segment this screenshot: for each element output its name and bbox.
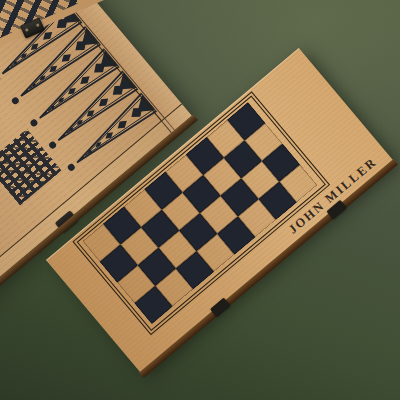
scene: JOHN MILLER <box>0 0 400 400</box>
